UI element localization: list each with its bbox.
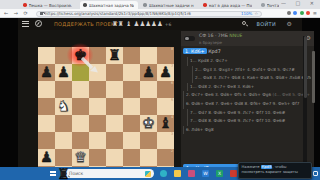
url-bar[interactable]: https://lichess.org/analysis/standard/2k… [36, 11, 262, 17]
engine-name: СФ 16 · 7МБ NNUE [199, 33, 243, 38]
browser-toolbar: ← → ⟳ https://lichess.org/analysis/stand… [0, 9, 320, 18]
rank-label: 8 [171, 47, 173, 51]
variation-line[interactable]: 2... Фg3 3. Фxg3+ Лf4+ 4. Фxf4+ Фc8 5. Ф… [192, 66, 311, 75]
piece-bk-c8[interactable]: ♚ [72, 47, 89, 64]
square-f8[interactable] [123, 47, 140, 64]
piece-bp-h7[interactable]: ♟ [157, 64, 174, 81]
square-d4[interactable] [89, 115, 106, 132]
square-f4[interactable] [123, 115, 140, 132]
clock-icon[interactable] [35, 20, 42, 27]
zoom-level[interactable]: 110% [241, 11, 252, 16]
piece-br-b1[interactable]: ♜ [55, 166, 72, 180]
login-button[interactable]: ВОЙТИ [257, 21, 276, 27]
variation-line[interactable]: 1... Крd8 2. Фc7+ [187, 57, 311, 66]
site-gear-icon[interactable]: ⚙ [287, 21, 292, 27]
extensions-row: ≡ [287, 11, 317, 15]
notification-icon[interactable] [313, 171, 318, 176]
piece-bp-g7[interactable]: ♟ [140, 64, 157, 81]
square-g5[interactable] [140, 98, 157, 115]
chess-board[interactable]: 8765432abcdefg1h♚♜♟♟♟♟♞♚♝♟♛♜ [38, 47, 174, 180]
square-d2[interactable] [89, 149, 106, 166]
piece-bb-h4[interactable]: ♝ [157, 115, 174, 132]
taskbar-app-folder[interactable] [172, 169, 183, 179]
variation-line[interactable]: 1... Фd8 2. Фc7+ Фe8 3. Кd6+ [187, 83, 311, 92]
square-a4[interactable] [38, 115, 55, 132]
square-c4[interactable] [72, 115, 89, 132]
square-b2[interactable] [55, 149, 72, 166]
browser-tab[interactable]: Шахматная задача № [80, 1, 138, 9]
piece-bp-a2[interactable]: ♟ [38, 149, 55, 166]
square-d8[interactable] [89, 47, 106, 64]
browser-tabstrip: Пешка — Воспроизв.Шахматная задача №Шахм… [0, 0, 320, 9]
mainline-reply[interactable]: Крd7 [208, 49, 221, 54]
browser-menu-icon[interactable]: ≡ [313, 11, 317, 15]
square-f2[interactable] [123, 149, 140, 166]
square-f6[interactable] [123, 81, 140, 98]
square-c3[interactable] [72, 132, 89, 149]
square-e4[interactable] [106, 115, 123, 132]
taskbar-app-word[interactable]: W [200, 169, 211, 179]
square-e3[interactable] [106, 132, 123, 149]
analysis-panel: СФ 16 · 7МБ NNUE в браузере ⚙ 1. Кd6+ Кр… [181, 31, 314, 167]
square-g6[interactable] [140, 81, 157, 98]
panel-scrollbar[interactable] [312, 51, 315, 103]
square-b8[interactable] [55, 47, 72, 64]
variation-line[interactable]: 2... Фa8 3. Лc7+ Фb8 4. Ка6+ Фа8 5. Фb8+… [192, 74, 311, 83]
square-c7[interactable] [72, 64, 89, 81]
square-h6[interactable]: 6 [157, 81, 174, 98]
extension-icon[interactable] [306, 11, 310, 15]
url-text: https://lichess.org/analysis/standard/2k… [45, 11, 239, 16]
window-controls[interactable]: — □ ✕ [281, 0, 318, 6]
square-a6[interactable] [38, 81, 55, 98]
extension-icon[interactable] [287, 11, 291, 15]
square-e6[interactable] [106, 81, 123, 98]
donate-link[interactable]: ПОДДЕРЖАТЬ ПРОЕКТ [54, 21, 118, 27]
piece-wn-b5[interactable]: ♞ [55, 98, 72, 115]
hamburger-menu-icon[interactable] [22, 21, 29, 27]
move-tooltip: Нажмите Крd8, чтобы посмотреть вариант з… [238, 162, 312, 179]
material-diff: +6 [165, 22, 172, 27]
square-b6[interactable] [55, 81, 72, 98]
square-h8[interactable]: 8 [157, 47, 174, 64]
rank-label: 5 [171, 98, 173, 102]
tab-favicon [143, 3, 147, 7]
tab-favicon [203, 3, 207, 7]
taskbar-app-photos[interactable] [186, 169, 197, 179]
variations-list: 1... Крd8 2. Фc7+2... Фg3 3. Фxg3+ Лf4+ … [183, 57, 311, 134]
engine-header: СФ 16 · 7МБ NNUE в браузере ⚙ [181, 31, 314, 46]
square-f7[interactable] [123, 64, 140, 81]
square-e7[interactable] [106, 64, 123, 81]
square-g3[interactable] [140, 132, 157, 149]
piece-wq-c2[interactable]: ♛ [72, 149, 89, 166]
taskbar-search[interactable]: Поиск [61, 169, 154, 178]
extension-icon[interactable] [300, 11, 304, 15]
square-b3[interactable] [55, 132, 72, 149]
mainline-move[interactable]: 1. Кd6+ [183, 48, 207, 54]
extension-icon[interactable] [293, 11, 297, 15]
square-d7[interactable] [89, 64, 106, 81]
rank-label: 3 [171, 132, 173, 136]
captured-pieces: ♜♜ ♝ ♟♟♟♟♟ +6 [112, 20, 171, 28]
piece-wk-g4[interactable]: ♚ [140, 115, 157, 132]
engine-toggle[interactable] [184, 36, 195, 42]
rank-label: 2 [171, 149, 173, 153]
variation-line[interactable]: 7... Фd8 8. Фd6+ Фе8 9. Лc7+ Фf7 10. Фе6… [187, 117, 311, 126]
padlock-icon [40, 12, 43, 15]
piece-bp-a7[interactable]: ♟ [38, 64, 55, 81]
search-icon[interactable] [242, 21, 246, 25]
engine-subtitle: в браузере [199, 40, 222, 45]
variation-line[interactable]: 7... Фd7 8. Фd6+ Фе8 9. Лc7+ Фf7 10. Фе6… [187, 109, 311, 118]
site-header: ПОДДЕРЖАТЬ ПРОЕКТ ♜♜ ♝ ♟♟♟♟♟ +6 ВОЙТИ ⚙ [18, 18, 302, 30]
square-a5[interactable] [38, 98, 55, 115]
square-b4[interactable] [55, 115, 72, 132]
square-c6[interactable] [72, 81, 89, 98]
tab-favicon [261, 3, 265, 7]
variation-line[interactable]: 6. Фd6+ Фе8 7. Фе6+ Фd8 8. Фf6+ Фе7 9. Ф… [183, 100, 311, 109]
square-f5[interactable] [123, 98, 140, 115]
tab-favicon [83, 3, 87, 7]
browser-tab[interactable]: мат в два хода — По [200, 1, 256, 9]
square-e5[interactable] [106, 98, 123, 115]
piece-bp-b7[interactable]: ♟ [55, 64, 72, 81]
square-d5[interactable] [89, 98, 106, 115]
screenshot-root: Пешка — Воспроизв.Шахматная задача №Шахм… [0, 0, 320, 180]
square-h2[interactable]: 2 [157, 149, 174, 166]
mainline-row: 1. Кd6+ Крd7 [183, 48, 221, 54]
square-a3[interactable] [38, 132, 55, 149]
lichess-site: ПОДДЕРЖАТЬ ПРОЕКТ ♜♜ ♝ ♟♟♟♟♟ +6 ВОЙТИ ⚙ … [18, 18, 302, 167]
taskbar-app-edge[interactable] [158, 169, 169, 179]
nav-buttons[interactable]: ← → ⟳ [4, 10, 30, 16]
browser-tab[interactable]: Шахматные задачи н [140, 1, 198, 9]
variation-line[interactable]: 2. Фc7+ Фе6 3. Фd6+ Фf5 4. Фd5+ Фg6 (4..… [183, 91, 311, 100]
square-a8[interactable] [38, 47, 55, 64]
square-h5[interactable]: 5 [157, 98, 174, 115]
square-g8[interactable] [140, 47, 157, 64]
search-highlight-icon[interactable] [145, 171, 151, 177]
tab-favicon [23, 3, 27, 7]
square-g2[interactable] [140, 149, 157, 166]
page-scrollbar[interactable] [303, 36, 307, 180]
browser-tab[interactable]: Пешка — Воспроизв. [20, 1, 78, 9]
square-d3[interactable] [89, 132, 106, 149]
variation-line[interactable]: 6. Лd6+ Фg8 [183, 126, 311, 135]
bookmark-star-icon[interactable]: ☆ [254, 11, 258, 16]
rank-label: 6 [171, 81, 173, 85]
square-d6[interactable] [89, 81, 106, 98]
taskbar-app-excel[interactable]: X [214, 169, 225, 179]
piece-br-e8[interactable]: ♜ [106, 47, 123, 64]
square-f3[interactable] [123, 132, 140, 149]
page-background: ПОДДЕРЖАТЬ ПРОЕКТ ♜♜ ♝ ♟♟♟♟♟ +6 ВОЙТИ ⚙ … [0, 18, 320, 167]
square-e2[interactable] [106, 149, 123, 166]
square-c5[interactable] [72, 98, 89, 115]
square-h3[interactable]: 3 [157, 132, 174, 149]
